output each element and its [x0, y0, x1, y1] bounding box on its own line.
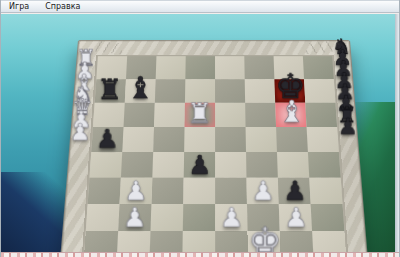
board-scene: ♜♟♝♞♛♟♟ ♞♟♟♟♟♟♜♟ ♜♝♚♜♝♟♟♟♟♟♟♟♟♚: [78, 40, 350, 252]
piece-black-p-a5[interactable]: ♟: [95, 127, 118, 153]
piece-white-b-g6[interactable]: ♝: [278, 97, 305, 127]
square-b1[interactable]: [117, 231, 151, 252]
square-c2[interactable]: [150, 204, 183, 231]
piece-black-p-g3[interactable]: ♟: [283, 178, 307, 204]
square-h1[interactable]: [312, 231, 346, 252]
square-b6[interactable]: [124, 103, 155, 127]
square-h5[interactable]: [307, 127, 339, 152]
square-d8[interactable]: [185, 56, 215, 79]
square-g1[interactable]: [280, 231, 314, 252]
square-g6[interactable]: ♝: [275, 103, 306, 127]
piece-black-p-d4[interactable]: ♟: [188, 152, 211, 178]
square-e3[interactable]: [215, 178, 247, 204]
desktop-sliver: [1, 252, 399, 257]
square-b7[interactable]: ♝: [125, 79, 156, 103]
square-g5[interactable]: [276, 127, 308, 152]
square-h6[interactable]: [305, 103, 337, 127]
square-f5[interactable]: [246, 127, 277, 152]
square-e8[interactable]: [215, 56, 245, 79]
square-g4[interactable]: [277, 152, 309, 178]
square-a3[interactable]: [88, 178, 121, 204]
square-c7[interactable]: [155, 79, 185, 103]
square-f6[interactable]: [245, 103, 276, 127]
square-c1[interactable]: [150, 231, 183, 252]
square-f1[interactable]: ♚: [247, 231, 280, 252]
square-c4[interactable]: [152, 152, 184, 178]
chess-board: ♜♝♚♜♝♟♟♟♟♟♟♟♟♚: [84, 56, 346, 252]
board-tilt: ♜♟♝♞♛♟♟ ♞♟♟♟♟♟♜♟ ♜♝♚♜♝♟♟♟♟♟♟♟♟♚: [58, 40, 370, 252]
square-a4[interactable]: [90, 152, 123, 178]
square-d1[interactable]: [182, 231, 215, 252]
square-h3[interactable]: [309, 178, 342, 204]
captured-black-p: ♟: [338, 116, 358, 138]
square-h2[interactable]: [311, 204, 345, 231]
square-d4[interactable]: ♟: [184, 152, 215, 178]
square-c8[interactable]: [156, 56, 186, 79]
square-a5[interactable]: ♟: [91, 127, 123, 152]
square-e5[interactable]: [215, 127, 246, 152]
square-a2[interactable]: [86, 204, 120, 231]
window-right-border: [395, 14, 399, 252]
square-h8[interactable]: [303, 56, 334, 79]
piece-white-p-b2[interactable]: ♟: [122, 205, 146, 232]
square-c3[interactable]: [151, 178, 183, 204]
square-b3[interactable]: ♟: [120, 178, 153, 204]
piece-black-b-b7[interactable]: ♝: [126, 73, 153, 103]
square-e7[interactable]: [215, 79, 245, 103]
square-g3[interactable]: ♟: [278, 178, 311, 204]
piece-white-p-b3[interactable]: ♟: [124, 178, 148, 204]
piece-white-p-g2[interactable]: ♟: [284, 205, 308, 232]
frame-ornament-top-right: [304, 41, 332, 55]
chess-titans-window: Игра Справка ♜♟♝♞♛♟♟ ♞♟♟♟♟♟♜♟ ♜♝♚♜♝♟♟♟♟♟…: [0, 0, 400, 257]
square-e6[interactable]: [215, 103, 246, 127]
board-frame: ♜♟♝♞♛♟♟ ♞♟♟♟♟♟♜♟ ♜♝♚♜♝♟♟♟♟♟♟♟♟♚: [58, 40, 370, 252]
piece-white-r-d6[interactable]: ♜: [187, 99, 212, 127]
square-d2[interactable]: [183, 204, 215, 231]
square-e1[interactable]: [215, 231, 248, 252]
square-c5[interactable]: [153, 127, 184, 152]
square-g2[interactable]: ♟: [279, 204, 312, 231]
game-area: ♜♟♝♞♛♟♟ ♞♟♟♟♟♟♜♟ ♜♝♚♜♝♟♟♟♟♟♟♟♟♚: [1, 14, 399, 252]
square-b4[interactable]: [121, 152, 153, 178]
piece-white-k-f1[interactable]: ♚: [248, 222, 281, 252]
square-f7[interactable]: [245, 79, 276, 103]
square-e4[interactable]: [215, 152, 246, 178]
square-d5[interactable]: [184, 127, 215, 152]
square-f3[interactable]: ♟: [246, 178, 278, 204]
captured-white-p: ♟: [70, 121, 91, 144]
menu-bar: Игра Справка: [1, 0, 399, 13]
frame-ornament-top-left: [95, 41, 123, 55]
square-f4[interactable]: [246, 152, 278, 178]
square-b2[interactable]: ♟: [118, 204, 151, 231]
square-e2[interactable]: ♟: [215, 204, 247, 231]
square-a6[interactable]: [93, 103, 125, 127]
menu-help[interactable]: Справка: [43, 1, 82, 12]
menu-game[interactable]: Игра: [7, 1, 31, 12]
square-b5[interactable]: [122, 127, 154, 152]
square-d6[interactable]: ♜: [185, 103, 216, 127]
square-d3[interactable]: [183, 178, 215, 204]
square-h4[interactable]: [308, 152, 341, 178]
square-a7[interactable]: ♜: [95, 79, 126, 103]
square-f8[interactable]: [244, 56, 274, 79]
square-h7[interactable]: [304, 79, 335, 103]
piece-black-r-a7[interactable]: ♜: [97, 75, 122, 103]
piece-white-p-e2[interactable]: ♟: [219, 205, 243, 232]
square-c6[interactable]: [154, 103, 185, 127]
square-a1[interactable]: [84, 231, 118, 252]
piece-white-p-f3[interactable]: ♟: [251, 178, 275, 204]
